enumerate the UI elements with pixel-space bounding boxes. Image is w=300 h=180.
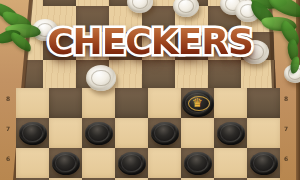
black-piece[interactable] (85, 122, 113, 145)
board-square[interactable] (115, 118, 148, 148)
king-crown-icon: ♛ (192, 97, 203, 109)
game-logo: CHECKERS CHECKERS (0, 20, 300, 72)
board-square[interactable] (115, 178, 148, 180)
board-square[interactable] (247, 118, 280, 148)
board-square[interactable] (148, 178, 181, 180)
logo-text: CHECKERS (0, 20, 300, 64)
board-square[interactable] (49, 88, 82, 118)
board-square[interactable] (82, 88, 115, 118)
black-king-piece[interactable]: ♛ (182, 90, 214, 117)
row-label-right: 7 (284, 126, 288, 132)
board-square[interactable] (181, 178, 214, 180)
board-square[interactable] (247, 88, 280, 118)
board-square[interactable] (148, 88, 181, 118)
board-square[interactable] (49, 118, 82, 148)
king-crown-ring (188, 96, 210, 111)
row-label-left: 6 (6, 156, 10, 162)
board-square[interactable] (82, 148, 115, 178)
white-piece (173, 0, 199, 17)
row-label-right: 6 (284, 156, 288, 162)
board-square[interactable] (214, 178, 247, 180)
board-square[interactable] (49, 178, 82, 180)
black-piece[interactable] (250, 152, 278, 175)
board-square[interactable] (16, 88, 49, 118)
row-label-left: 8 (6, 96, 10, 102)
board-square[interactable] (247, 178, 280, 180)
background-dark-square (43, 0, 76, 6)
board-square[interactable] (214, 88, 247, 118)
black-piece[interactable] (118, 152, 146, 175)
black-piece[interactable] (184, 152, 212, 175)
board-square[interactable] (181, 118, 214, 148)
row-label-right: 8 (284, 96, 288, 102)
black-piece[interactable] (19, 122, 47, 145)
board-square[interactable] (115, 88, 148, 118)
board-square[interactable] (214, 148, 247, 178)
board-square[interactable] (16, 178, 49, 180)
board-square[interactable] (82, 178, 115, 180)
black-piece[interactable] (151, 122, 179, 145)
black-piece[interactable] (217, 122, 245, 145)
board-square[interactable] (148, 148, 181, 178)
checkers-game-screen: ♛ 876876 CHECKERS CHECKERS (0, 0, 300, 180)
row-label-left: 7 (6, 126, 10, 132)
black-piece[interactable] (52, 152, 80, 175)
board-square[interactable] (16, 148, 49, 178)
